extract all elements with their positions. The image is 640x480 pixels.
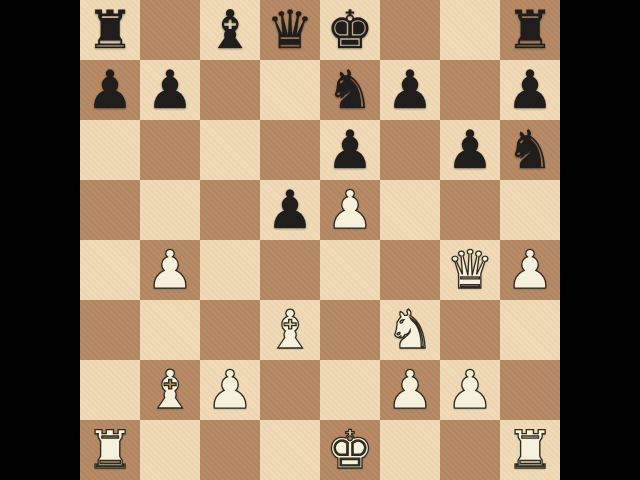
square-e3[interactable] [320,300,380,360]
black-king[interactable]: ♚ [326,0,374,60]
square-h4[interactable]: ♟ [500,240,560,300]
square-e8[interactable]: ♚ [320,0,380,60]
square-g6[interactable]: ♟ [440,120,500,180]
square-c4[interactable] [200,240,260,300]
black-pawn[interactable]: ♟ [86,60,134,120]
square-e6[interactable]: ♟ [320,120,380,180]
white-king[interactable]: ♚ [326,420,374,480]
white-bishop[interactable]: ♝ [146,360,194,420]
white-rook[interactable]: ♜ [86,420,134,480]
square-d7[interactable] [260,60,320,120]
square-h3[interactable] [500,300,560,360]
square-g3[interactable] [440,300,500,360]
square-d3[interactable]: ♝ [260,300,320,360]
square-c1[interactable] [200,420,260,480]
square-h5[interactable] [500,180,560,240]
square-b7[interactable]: ♟ [140,60,200,120]
video-frame: ♜♝♛♚♜♟♟♞♟♟♟♟♞♟♟♟♛♟♝♞♝♟♟♟♜♚♜ [0,0,640,480]
chessboard: ♜♝♛♚♜♟♟♞♟♟♟♟♞♟♟♟♛♟♝♞♝♟♟♟♜♚♜ [80,0,560,480]
square-g8[interactable] [440,0,500,60]
white-pawn[interactable]: ♟ [386,360,434,420]
black-bishop[interactable]: ♝ [206,0,254,60]
square-e4[interactable] [320,240,380,300]
square-b6[interactable] [140,120,200,180]
square-c8[interactable]: ♝ [200,0,260,60]
white-pawn[interactable]: ♟ [326,180,374,240]
square-c5[interactable] [200,180,260,240]
white-bishop[interactable]: ♝ [266,300,314,360]
square-d2[interactable] [260,360,320,420]
square-f5[interactable] [380,180,440,240]
square-c6[interactable] [200,120,260,180]
square-c2[interactable]: ♟ [200,360,260,420]
square-c7[interactable] [200,60,260,120]
square-h6[interactable]: ♞ [500,120,560,180]
white-rook[interactable]: ♜ [506,420,554,480]
black-pawn[interactable]: ♟ [446,120,494,180]
black-pawn[interactable]: ♟ [326,120,374,180]
square-b8[interactable] [140,0,200,60]
square-f6[interactable] [380,120,440,180]
square-h1[interactable]: ♜ [500,420,560,480]
square-h2[interactable] [500,360,560,420]
square-f1[interactable] [380,420,440,480]
square-a6[interactable] [80,120,140,180]
black-pawn[interactable]: ♟ [506,60,554,120]
square-h8[interactable]: ♜ [500,0,560,60]
square-b1[interactable] [140,420,200,480]
square-a2[interactable] [80,360,140,420]
square-e2[interactable] [320,360,380,420]
white-queen[interactable]: ♛ [446,240,494,300]
black-rook[interactable]: ♜ [506,0,554,60]
square-a5[interactable] [80,180,140,240]
square-c3[interactable] [200,300,260,360]
square-g7[interactable] [440,60,500,120]
square-e5[interactable]: ♟ [320,180,380,240]
square-b4[interactable]: ♟ [140,240,200,300]
black-knight[interactable]: ♞ [326,60,374,120]
black-pawn[interactable]: ♟ [266,180,314,240]
square-f7[interactable]: ♟ [380,60,440,120]
black-pawn[interactable]: ♟ [386,60,434,120]
white-pawn[interactable]: ♟ [446,360,494,420]
square-a1[interactable]: ♜ [80,420,140,480]
letterbox-left [0,0,80,480]
square-f3[interactable]: ♞ [380,300,440,360]
square-e7[interactable]: ♞ [320,60,380,120]
white-pawn[interactable]: ♟ [506,240,554,300]
letterbox-right [560,0,640,480]
square-g2[interactable]: ♟ [440,360,500,420]
square-a8[interactable]: ♜ [80,0,140,60]
white-pawn[interactable]: ♟ [206,360,254,420]
square-b2[interactable]: ♝ [140,360,200,420]
black-knight[interactable]: ♞ [506,120,554,180]
square-g4[interactable]: ♛ [440,240,500,300]
square-a7[interactable]: ♟ [80,60,140,120]
square-d5[interactable]: ♟ [260,180,320,240]
square-g5[interactable] [440,180,500,240]
square-h7[interactable]: ♟ [500,60,560,120]
square-f2[interactable]: ♟ [380,360,440,420]
square-f4[interactable] [380,240,440,300]
square-a4[interactable] [80,240,140,300]
square-f8[interactable] [380,0,440,60]
square-e1[interactable]: ♚ [320,420,380,480]
square-g1[interactable] [440,420,500,480]
white-knight[interactable]: ♞ [386,300,434,360]
square-b5[interactable] [140,180,200,240]
square-d8[interactable]: ♛ [260,0,320,60]
black-rook[interactable]: ♜ [86,0,134,60]
square-d1[interactable] [260,420,320,480]
black-pawn[interactable]: ♟ [146,60,194,120]
square-b3[interactable] [140,300,200,360]
square-a3[interactable] [80,300,140,360]
white-pawn[interactable]: ♟ [146,240,194,300]
black-queen[interactable]: ♛ [266,0,314,60]
square-d4[interactable] [260,240,320,300]
square-d6[interactable] [260,120,320,180]
